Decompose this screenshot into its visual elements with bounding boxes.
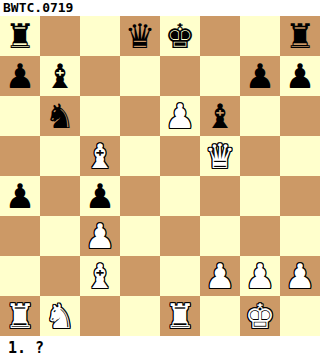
square-f3[interactable] xyxy=(200,216,240,256)
square-f2[interactable]: ♟ xyxy=(200,256,240,296)
square-a1[interactable]: ♜ xyxy=(0,296,40,336)
square-f7[interactable] xyxy=(200,56,240,96)
square-g2[interactable]: ♟ xyxy=(240,256,280,296)
white-bishop-c5: ♝ xyxy=(85,136,115,176)
move-prompt: 1. ? xyxy=(0,339,44,357)
square-h5[interactable] xyxy=(280,136,320,176)
square-e4[interactable] xyxy=(160,176,200,216)
square-g3[interactable] xyxy=(240,216,280,256)
square-e5[interactable] xyxy=(160,136,200,176)
white-bishop-c2: ♝ xyxy=(85,256,115,296)
white-queen-f5: ♛ xyxy=(205,136,235,176)
chess-board: ♜♛♚♜♟♝♟♟♞♟♝♝♛♟♟♟♝♟♟♟♜♞♜♚ xyxy=(0,16,320,336)
square-c4[interactable]: ♟ xyxy=(80,176,120,216)
square-c6[interactable] xyxy=(80,96,120,136)
square-f5[interactable]: ♛ xyxy=(200,136,240,176)
square-e2[interactable] xyxy=(160,256,200,296)
square-c8[interactable] xyxy=(80,16,120,56)
white-pawn-c3: ♟ xyxy=(85,216,115,256)
square-g7[interactable]: ♟ xyxy=(240,56,280,96)
square-f4[interactable] xyxy=(200,176,240,216)
square-h8[interactable]: ♜ xyxy=(280,16,320,56)
square-b5[interactable] xyxy=(40,136,80,176)
black-queen-d8: ♛ xyxy=(125,16,155,56)
square-c7[interactable] xyxy=(80,56,120,96)
square-e1[interactable]: ♜ xyxy=(160,296,200,336)
white-pawn-g2: ♟ xyxy=(245,256,275,296)
square-f1[interactable] xyxy=(200,296,240,336)
black-bishop-f6: ♝ xyxy=(205,96,235,136)
square-b1[interactable]: ♞ xyxy=(40,296,80,336)
square-a4[interactable]: ♟ xyxy=(0,176,40,216)
footer-bar: 1. ? xyxy=(0,336,320,360)
square-d4[interactable] xyxy=(120,176,160,216)
square-e8[interactable]: ♚ xyxy=(160,16,200,56)
square-h2[interactable]: ♟ xyxy=(280,256,320,296)
square-g1[interactable]: ♚ xyxy=(240,296,280,336)
square-g4[interactable] xyxy=(240,176,280,216)
white-pawn-f2: ♟ xyxy=(205,256,235,296)
square-e7[interactable] xyxy=(160,56,200,96)
square-h7[interactable]: ♟ xyxy=(280,56,320,96)
square-c1[interactable] xyxy=(80,296,120,336)
black-pawn-a4: ♟ xyxy=(5,176,35,216)
square-d6[interactable] xyxy=(120,96,160,136)
square-e3[interactable] xyxy=(160,216,200,256)
square-h4[interactable] xyxy=(280,176,320,216)
square-d5[interactable] xyxy=(120,136,160,176)
square-c2[interactable]: ♝ xyxy=(80,256,120,296)
square-b6[interactable]: ♞ xyxy=(40,96,80,136)
white-king-g1: ♚ xyxy=(245,296,275,336)
square-g6[interactable] xyxy=(240,96,280,136)
puzzle-id-title: BWTC.0719 xyxy=(0,0,73,16)
black-king-e8: ♚ xyxy=(165,16,195,56)
white-pawn-h2: ♟ xyxy=(285,256,315,296)
square-a8[interactable]: ♜ xyxy=(0,16,40,56)
black-pawn-c4: ♟ xyxy=(85,176,115,216)
square-d2[interactable] xyxy=(120,256,160,296)
square-c5[interactable]: ♝ xyxy=(80,136,120,176)
black-pawn-g7: ♟ xyxy=(245,56,275,96)
square-b8[interactable] xyxy=(40,16,80,56)
white-knight-b1: ♞ xyxy=(45,296,75,336)
square-h1[interactable] xyxy=(280,296,320,336)
square-a3[interactable] xyxy=(0,216,40,256)
black-pawn-h7: ♟ xyxy=(285,56,315,96)
white-rook-a1: ♜ xyxy=(5,296,35,336)
square-a2[interactable] xyxy=(0,256,40,296)
square-b3[interactable] xyxy=(40,216,80,256)
black-rook-a8: ♜ xyxy=(5,16,35,56)
square-f8[interactable] xyxy=(200,16,240,56)
black-bishop-b7: ♝ xyxy=(45,56,75,96)
square-g8[interactable] xyxy=(240,16,280,56)
header-bar: BWTC.0719 xyxy=(0,0,320,16)
square-a6[interactable] xyxy=(0,96,40,136)
square-e6[interactable]: ♟ xyxy=(160,96,200,136)
square-b2[interactable] xyxy=(40,256,80,296)
square-b4[interactable] xyxy=(40,176,80,216)
chess-puzzle-window: BWTC.0719 ♜♛♚♜♟♝♟♟♞♟♝♝♛♟♟♟♝♟♟♟♜♞♜♚ 1. ? xyxy=(0,0,320,360)
black-pawn-a7: ♟ xyxy=(5,56,35,96)
square-d3[interactable] xyxy=(120,216,160,256)
square-f6[interactable]: ♝ xyxy=(200,96,240,136)
square-d1[interactable] xyxy=(120,296,160,336)
square-h6[interactable] xyxy=(280,96,320,136)
black-rook-h8: ♜ xyxy=(285,16,315,56)
black-knight-b6: ♞ xyxy=(45,96,75,136)
square-a7[interactable]: ♟ xyxy=(0,56,40,96)
white-pawn-e6: ♟ xyxy=(165,96,195,136)
square-h3[interactable] xyxy=(280,216,320,256)
square-b7[interactable]: ♝ xyxy=(40,56,80,96)
square-c3[interactable]: ♟ xyxy=(80,216,120,256)
square-d8[interactable]: ♛ xyxy=(120,16,160,56)
square-a5[interactable] xyxy=(0,136,40,176)
square-d7[interactable] xyxy=(120,56,160,96)
square-g5[interactable] xyxy=(240,136,280,176)
white-rook-e1: ♜ xyxy=(165,296,195,336)
